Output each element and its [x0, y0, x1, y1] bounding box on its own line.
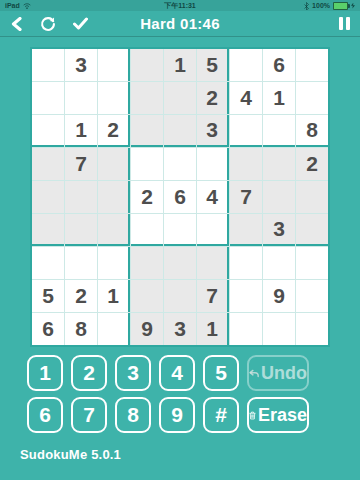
sudoku-cell-r4c7[interactable]: [230, 148, 262, 180]
sudoku-cell-r4c4[interactable]: [131, 148, 163, 180]
key-2[interactable]: 2: [71, 355, 107, 391]
key-6[interactable]: 6: [27, 397, 63, 433]
key-pencil-hash[interactable]: #: [203, 397, 239, 433]
status-bar: iPad 下午11:31 100%: [0, 0, 360, 11]
sudoku-cell-r1c8[interactable]: 6: [263, 49, 295, 81]
sudoku-cell-r3c7[interactable]: [230, 115, 262, 147]
key-1[interactable]: 1: [27, 355, 63, 391]
sudoku-cell-r2c6[interactable]: 2: [197, 82, 229, 114]
sudoku-cell-r2c5[interactable]: [164, 82, 196, 114]
sudoku-cell-r7c4[interactable]: [131, 247, 163, 279]
carrier-label: iPad: [5, 2, 20, 9]
sudoku-cell-r3c6[interactable]: 3: [197, 115, 229, 147]
sudoku-cell-r6c6[interactable]: [197, 214, 229, 246]
sudoku-cell-r6c8[interactable]: 3: [263, 214, 295, 246]
sudoku-cell-r8c2[interactable]: 2: [65, 280, 97, 312]
key-5[interactable]: 5: [203, 355, 239, 391]
sudoku-cell-r1c9[interactable]: [296, 49, 328, 81]
sudoku-cell-r4c9[interactable]: 2: [296, 148, 328, 180]
sudoku-cell-r4c3[interactable]: [98, 148, 130, 180]
sudoku-cell-r3c4[interactable]: [131, 115, 163, 147]
key-7[interactable]: 7: [71, 397, 107, 433]
sudoku-cell-r6c7[interactable]: [230, 214, 262, 246]
sudoku-cell-r8c5[interactable]: [164, 280, 196, 312]
erase-label: Erase: [258, 406, 307, 424]
sudoku-cell-r1c7[interactable]: [230, 49, 262, 81]
bluetooth-icon: [304, 2, 309, 10]
keypad-row-1: 12345 Undo: [27, 355, 333, 391]
key-3[interactable]: 3: [115, 355, 151, 391]
key-9[interactable]: 9: [159, 397, 195, 433]
sudoku-cell-r3c2[interactable]: 1: [65, 115, 97, 147]
sudoku-cell-r7c8[interactable]: [263, 247, 295, 279]
sudoku-cell-r6c9[interactable]: [296, 214, 328, 246]
sudoku-cell-r5c4[interactable]: 2: [131, 181, 163, 213]
check-button[interactable]: [73, 17, 88, 30]
sudoku-cell-r3c5[interactable]: [164, 115, 196, 147]
sudoku-cell-r9c5[interactable]: 3: [164, 313, 196, 345]
sudoku-cell-r9c8[interactable]: [263, 313, 295, 345]
sudoku-cell-r2c2[interactable]: [65, 82, 97, 114]
sudoku-cell-r4c6[interactable]: [197, 148, 229, 180]
sudoku-cell-r1c1[interactable]: [32, 49, 64, 81]
sudoku-cell-r8c8[interactable]: 9: [263, 280, 295, 312]
pause-icon: [339, 17, 343, 30]
sudoku-cell-r9c4[interactable]: 9: [131, 313, 163, 345]
sudoku-cell-r1c6[interactable]: 5: [197, 49, 229, 81]
pause-button[interactable]: [339, 17, 350, 30]
sudoku-cell-r9c7[interactable]: [230, 313, 262, 345]
sudoku-cell-r8c1[interactable]: 5: [32, 280, 64, 312]
sudoku-cell-r4c5[interactable]: [164, 148, 196, 180]
battery-percent-label: 100%: [312, 2, 330, 9]
keypad-row-2: 6789# Erase: [27, 397, 333, 433]
sudoku-cell-r6c3[interactable]: [98, 214, 130, 246]
undo-label: Undo: [261, 364, 307, 382]
sudoku-cell-r7c5[interactable]: [164, 247, 196, 279]
sudoku-cell-r1c2[interactable]: 3: [65, 49, 97, 81]
sudoku-cell-r9c9[interactable]: [296, 313, 328, 345]
sudoku-cell-r5c7[interactable]: 7: [230, 181, 262, 213]
sudoku-cell-r5c9[interactable]: [296, 181, 328, 213]
sudoku-cell-r7c3[interactable]: [98, 247, 130, 279]
app-version-label: SudokuMe 5.0.1: [20, 447, 360, 462]
sudoku-cell-r5c2[interactable]: [65, 181, 97, 213]
undo-arrow-icon: [249, 367, 259, 380]
battery-icon: [333, 2, 348, 10]
key-4[interactable]: 4: [159, 355, 195, 391]
sudoku-cell-r3c8[interactable]: [263, 115, 295, 147]
trash-icon: [249, 408, 256, 423]
sudoku-cell-r4c8[interactable]: [263, 148, 295, 180]
sudoku-cell-r5c6[interactable]: 4: [197, 181, 229, 213]
sudoku-cell-r5c3[interactable]: [98, 181, 130, 213]
sudoku-cell-r5c5[interactable]: 6: [164, 181, 196, 213]
keypad: 12345 Undo 6789# Erase: [27, 355, 333, 433]
sudoku-cell-r5c8[interactable]: [263, 181, 295, 213]
sudoku-cell-r4c1[interactable]: [32, 148, 64, 180]
sudoku-cell-r2c3[interactable]: [98, 82, 130, 114]
key-8[interactable]: 8: [115, 397, 151, 433]
restart-button[interactable]: [40, 16, 56, 32]
sudoku-cell-r5c1[interactable]: [32, 181, 64, 213]
sudoku-cell-r3c3[interactable]: 2: [98, 115, 130, 147]
sudoku-cell-r8c4[interactable]: [131, 280, 163, 312]
wifi-icon: [23, 3, 31, 9]
sudoku-cell-r2c1[interactable]: [32, 82, 64, 114]
sudoku-cell-r7c9[interactable]: [296, 247, 328, 279]
sudoku-cell-r9c2[interactable]: 8: [65, 313, 97, 345]
sudoku-cell-r7c7[interactable]: [230, 247, 262, 279]
sudoku-cell-r2c8[interactable]: 1: [263, 82, 295, 114]
nav-bar: Hard 01:46: [0, 11, 360, 37]
sudoku-cell-r1c3[interactable]: [98, 49, 130, 81]
sudoku-cell-r9c3[interactable]: [98, 313, 130, 345]
check-icon: [73, 17, 88, 30]
sudoku-cell-r6c5[interactable]: [164, 214, 196, 246]
sudoku-grid: 3156241123872264735217968931: [30, 47, 330, 347]
sudoku-cell-r8c9[interactable]: [296, 280, 328, 312]
sudoku-cell-r4c2[interactable]: 7: [65, 148, 97, 180]
charging-bolt-icon: [351, 3, 355, 9]
sudoku-cell-r1c5[interactable]: 1: [164, 49, 196, 81]
sudoku-cell-r9c1[interactable]: 6: [32, 313, 64, 345]
erase-button[interactable]: Erase: [247, 397, 309, 433]
back-chevron-icon: [10, 17, 23, 31]
sudoku-cell-r3c1[interactable]: [32, 115, 64, 147]
sudoku-cell-r6c2[interactable]: [65, 214, 97, 246]
back-button[interactable]: [10, 17, 23, 31]
sudoku-cell-r7c2[interactable]: [65, 247, 97, 279]
sudoku-cell-r2c9[interactable]: [296, 82, 328, 114]
sudoku-cell-r8c3[interactable]: 1: [98, 280, 130, 312]
sudoku-cell-r8c6[interactable]: 7: [197, 280, 229, 312]
sudoku-cell-r2c7[interactable]: 4: [230, 82, 262, 114]
sudoku-cell-r8c7[interactable]: [230, 280, 262, 312]
sudoku-cell-r6c1[interactable]: [32, 214, 64, 246]
restart-icon: [40, 16, 56, 32]
sudoku-cell-r9c6[interactable]: 1: [197, 313, 229, 345]
sudoku-cell-r2c4[interactable]: [131, 82, 163, 114]
sudoku-cell-r6c4[interactable]: [131, 214, 163, 246]
undo-button[interactable]: Undo: [247, 355, 309, 391]
sudoku-cell-r7c1[interactable]: [32, 247, 64, 279]
sudoku-cell-r1c4[interactable]: [131, 49, 163, 81]
sudoku-cell-r3c9[interactable]: 8: [296, 115, 328, 147]
sudoku-cell-r7c6[interactable]: [197, 247, 229, 279]
